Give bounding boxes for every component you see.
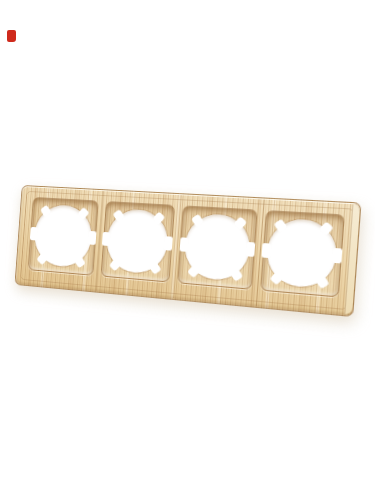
gang-recess xyxy=(177,205,257,289)
gang-recess xyxy=(28,197,99,276)
cutout-tab xyxy=(102,232,110,246)
cutout-tab xyxy=(262,243,271,258)
cutout-tab xyxy=(88,231,96,245)
gang-recess xyxy=(100,201,175,283)
cutout-tab xyxy=(246,242,255,257)
cutout-tab xyxy=(333,248,343,264)
gang-opening-2 xyxy=(100,201,175,283)
gang-recess xyxy=(260,210,345,298)
frame-face xyxy=(14,185,361,317)
cutout-tab xyxy=(164,236,173,250)
gang-opening-1 xyxy=(28,197,99,276)
wooden-4gang-frame xyxy=(14,185,361,317)
red-logo-mark xyxy=(7,30,16,42)
gang-opening-4 xyxy=(260,210,345,298)
photo-background xyxy=(0,0,375,500)
cutout-tab xyxy=(30,227,38,241)
gang-opening-3 xyxy=(177,205,257,289)
cutout-tab xyxy=(179,237,188,252)
gang-row xyxy=(15,186,360,316)
